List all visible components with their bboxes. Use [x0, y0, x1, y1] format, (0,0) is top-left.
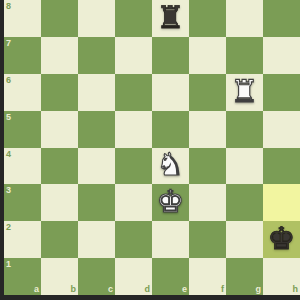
square-c3[interactable]: [78, 184, 115, 221]
square-g2[interactable]: [226, 221, 263, 258]
square-f7[interactable]: [189, 37, 226, 74]
square-a4[interactable]: 4: [4, 148, 41, 185]
file-label-d: d: [145, 284, 151, 294]
square-e4[interactable]: ♞: [152, 148, 189, 185]
file-label-h: h: [293, 284, 299, 294]
square-a7[interactable]: 7: [4, 37, 41, 74]
square-a2[interactable]: 2: [4, 221, 41, 258]
square-f1[interactable]: f: [189, 258, 226, 295]
square-d7[interactable]: [115, 37, 152, 74]
square-h1[interactable]: h: [263, 258, 300, 295]
square-d4[interactable]: [115, 148, 152, 185]
square-g6[interactable]: ♜: [226, 74, 263, 111]
square-d5[interactable]: [115, 111, 152, 148]
square-g5[interactable]: [226, 111, 263, 148]
square-f6[interactable]: [189, 74, 226, 111]
rank-label-1: 1: [6, 259, 11, 269]
square-d2[interactable]: [115, 221, 152, 258]
square-b2[interactable]: [41, 221, 78, 258]
square-c8[interactable]: [78, 0, 115, 37]
square-b6[interactable]: [41, 74, 78, 111]
square-f2[interactable]: [189, 221, 226, 258]
square-h5[interactable]: [263, 111, 300, 148]
square-a8[interactable]: 8: [4, 0, 41, 37]
square-g4[interactable]: [226, 148, 263, 185]
square-h3[interactable]: [263, 184, 300, 221]
black-king[interactable]: ♚: [268, 223, 296, 254]
square-e6[interactable]: [152, 74, 189, 111]
square-d6[interactable]: [115, 74, 152, 111]
square-h8[interactable]: [263, 0, 300, 37]
square-h4[interactable]: [263, 148, 300, 185]
square-c1[interactable]: c: [78, 258, 115, 295]
white-rook[interactable]: ♜: [231, 76, 259, 107]
square-b5[interactable]: [41, 111, 78, 148]
square-f5[interactable]: [189, 111, 226, 148]
square-f3[interactable]: [189, 184, 226, 221]
rank-label-5: 5: [6, 112, 11, 122]
square-f4[interactable]: [189, 148, 226, 185]
square-c6[interactable]: [78, 74, 115, 111]
square-b8[interactable]: [41, 0, 78, 37]
square-e7[interactable]: [152, 37, 189, 74]
file-label-c: c: [108, 284, 113, 294]
square-b4[interactable]: [41, 148, 78, 185]
rank-label-7: 7: [6, 38, 11, 48]
black-rook[interactable]: ♜: [157, 2, 185, 33]
square-h2[interactable]: ♚: [263, 221, 300, 258]
white-knight[interactable]: ♞: [157, 149, 185, 180]
square-e8[interactable]: ♜: [152, 0, 189, 37]
square-b3[interactable]: [41, 184, 78, 221]
file-label-b: b: [71, 284, 77, 294]
square-g3[interactable]: [226, 184, 263, 221]
square-h7[interactable]: [263, 37, 300, 74]
square-h6[interactable]: [263, 74, 300, 111]
square-c2[interactable]: [78, 221, 115, 258]
square-e3[interactable]: ♚: [152, 184, 189, 221]
square-b7[interactable]: [41, 37, 78, 74]
rank-label-4: 4: [6, 149, 11, 159]
square-e1[interactable]: e: [152, 258, 189, 295]
rank-label-2: 2: [6, 222, 11, 232]
file-label-a: a: [34, 284, 39, 294]
square-e2[interactable]: [152, 221, 189, 258]
square-a3[interactable]: 3: [4, 184, 41, 221]
square-a6[interactable]: 6: [4, 74, 41, 111]
square-f8[interactable]: [189, 0, 226, 37]
square-g8[interactable]: [226, 0, 263, 37]
square-a5[interactable]: 5: [4, 111, 41, 148]
rank-label-3: 3: [6, 185, 11, 195]
square-d1[interactable]: d: [115, 258, 152, 295]
square-e5[interactable]: [152, 111, 189, 148]
rank-label-6: 6: [6, 75, 11, 85]
square-c7[interactable]: [78, 37, 115, 74]
square-d3[interactable]: [115, 184, 152, 221]
file-label-e: e: [182, 284, 187, 294]
white-king[interactable]: ♚: [157, 186, 185, 217]
board-frame: 8♜76♜54♞3♚2♚1abcdefgh: [0, 0, 300, 300]
square-g1[interactable]: g: [226, 258, 263, 295]
square-c5[interactable]: [78, 111, 115, 148]
square-a1[interactable]: 1a: [4, 258, 41, 295]
file-label-f: f: [221, 284, 224, 294]
square-c4[interactable]: [78, 148, 115, 185]
rank-label-8: 8: [6, 1, 11, 11]
file-label-g: g: [256, 284, 262, 294]
square-g7[interactable]: [226, 37, 263, 74]
chess-board: 8♜76♜54♞3♚2♚1abcdefgh: [4, 0, 300, 295]
square-d8[interactable]: [115, 0, 152, 37]
square-b1[interactable]: b: [41, 258, 78, 295]
